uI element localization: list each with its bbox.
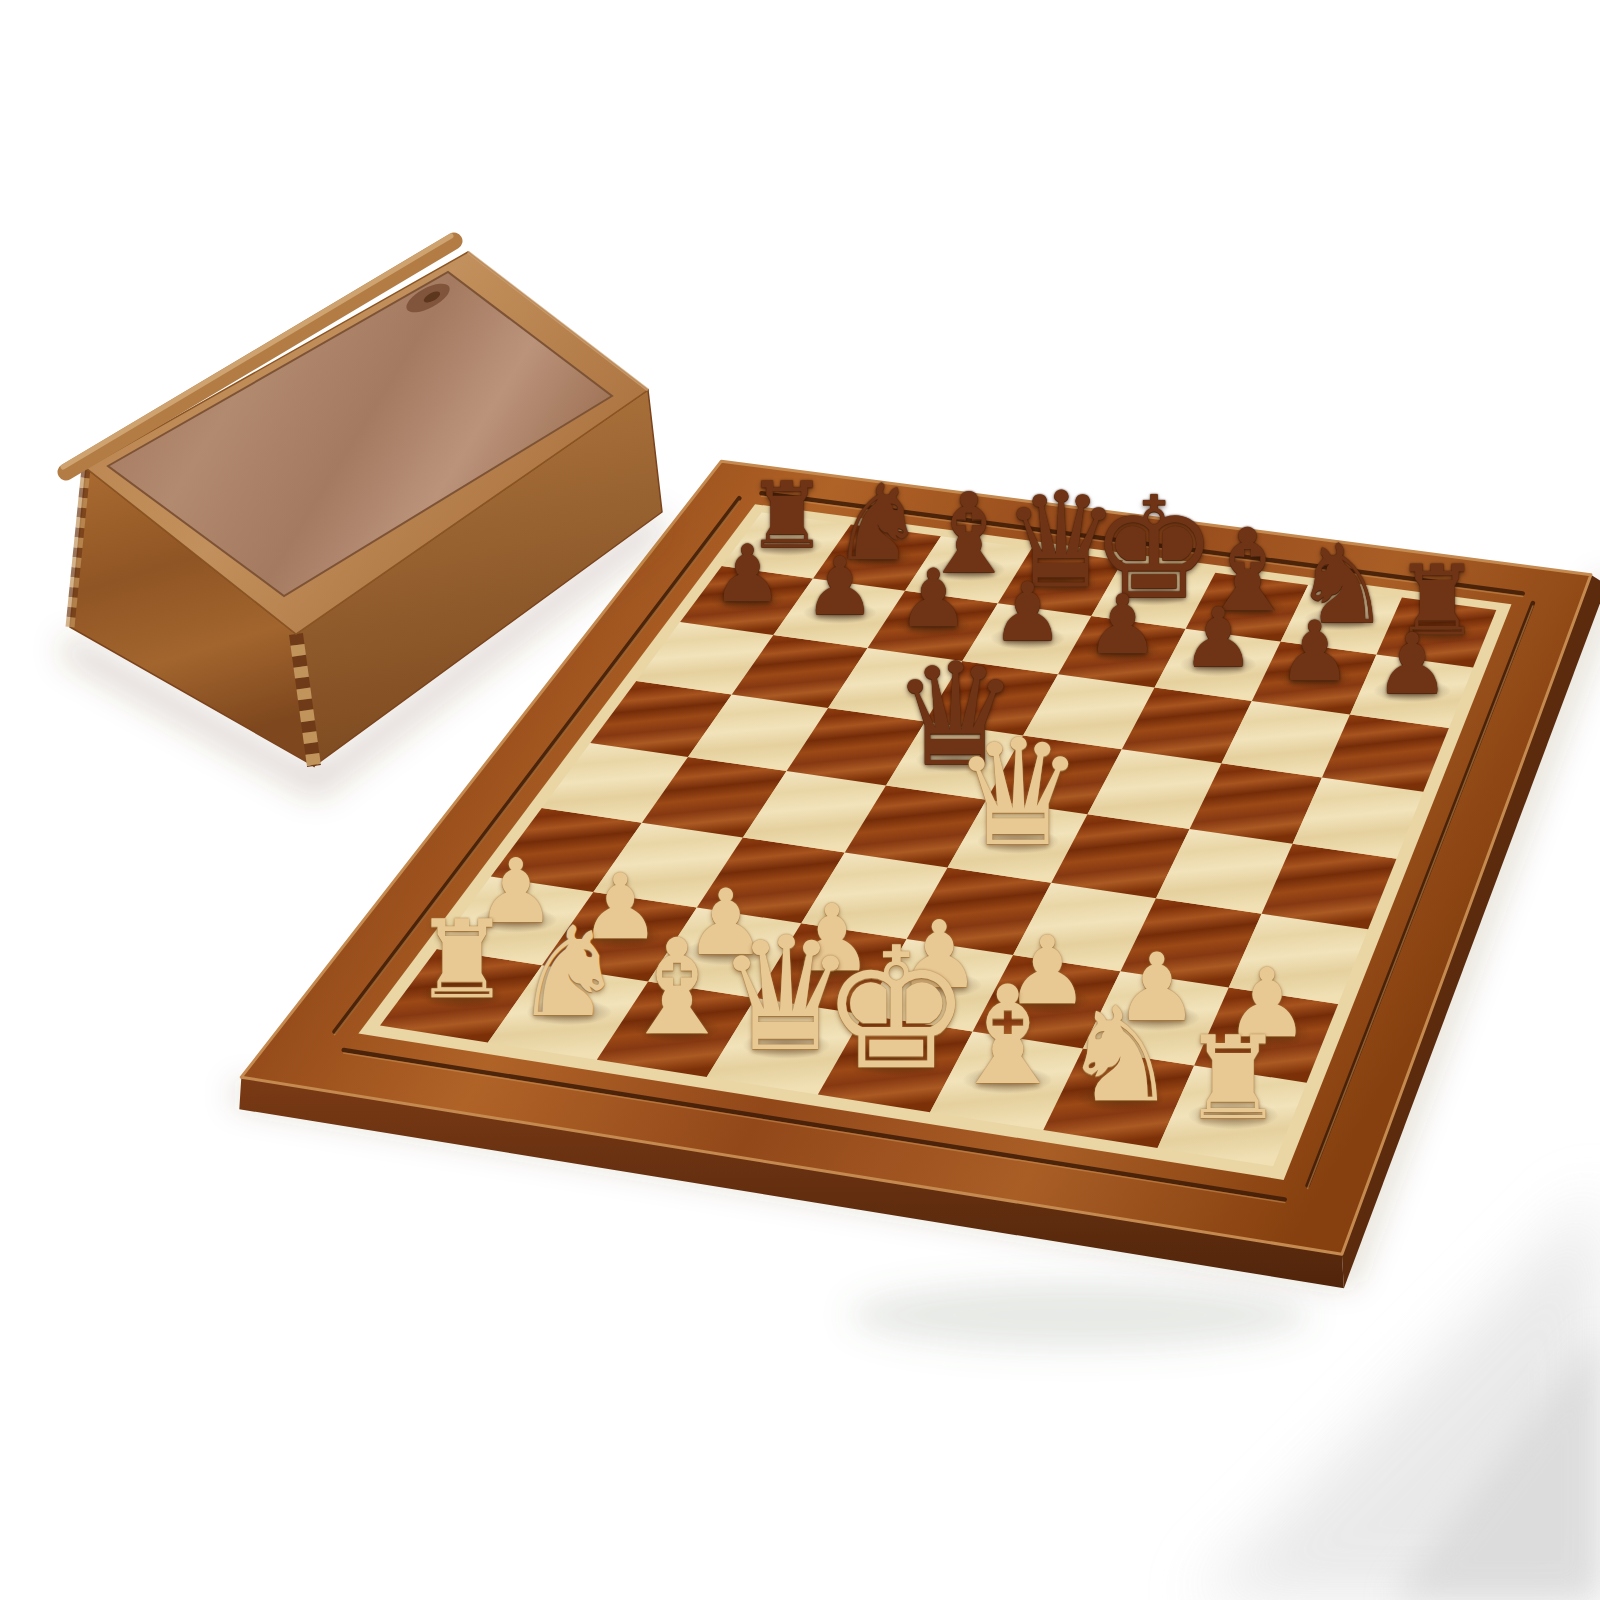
knight-glyph: ♞ — [1061, 991, 1178, 1121]
rook-glyph: ♜ — [1181, 1021, 1284, 1136]
knight-glyph: ♞ — [513, 910, 624, 1034]
queen-glyph: ♛ — [952, 720, 1084, 867]
rook-glyph: ♜ — [414, 906, 511, 1014]
bishop-glyph: ♝ — [946, 968, 1068, 1104]
pawn-glyph: ♟ — [1375, 622, 1450, 706]
pawn-glyph: ♟ — [1278, 609, 1352, 692]
pawn-glyph: ♟ — [898, 560, 970, 640]
pawn-glyph: ♟ — [804, 547, 876, 627]
pawn-glyph: ♟ — [712, 535, 783, 614]
pawn-glyph: ♟ — [1182, 597, 1256, 679]
photo-stage: ♜♞♝♛♚♟♝♟♞♟♜♟♟♟♟♟♛♛♟♟♟♟♟♜♟♞♟♝♟♛♚♝♞♜ — [0, 0, 1600, 1600]
pawn-glyph: ♟ — [1086, 584, 1160, 666]
scene — [0, 0, 1600, 1600]
